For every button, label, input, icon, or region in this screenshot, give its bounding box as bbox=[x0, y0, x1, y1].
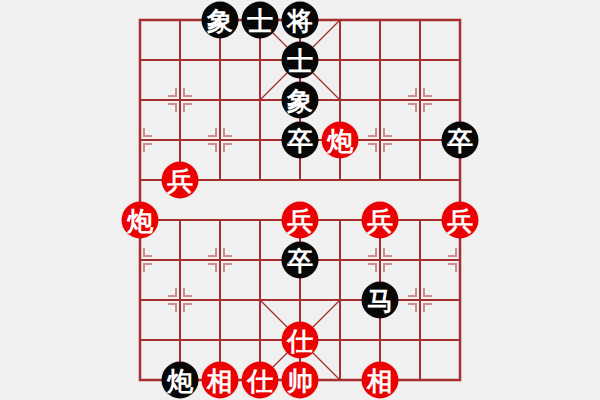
red-pawn[interactable]: 兵 bbox=[282, 202, 319, 239]
red-advisor[interactable]: 仕 bbox=[242, 362, 279, 399]
black-advisor[interactable]: 士 bbox=[242, 2, 279, 39]
black-advisor[interactable]: 士 bbox=[282, 42, 319, 79]
red-pawn[interactable]: 兵 bbox=[362, 202, 399, 239]
black-pawn[interactable]: 卒 bbox=[442, 122, 479, 159]
black-elephant[interactable]: 象 bbox=[202, 2, 239, 39]
black-pawn[interactable]: 卒 bbox=[282, 242, 319, 279]
xiangqi-board: 象士将士象卒炮卒兵炮兵兵兵卒马仕炮相仕帅相 bbox=[0, 0, 600, 400]
red-cannon[interactable]: 炮 bbox=[122, 202, 159, 239]
red-cannon[interactable]: 炮 bbox=[322, 122, 359, 159]
red-advisor[interactable]: 仕 bbox=[282, 322, 319, 359]
black-elephant[interactable]: 象 bbox=[282, 82, 319, 119]
black-general[interactable]: 将 bbox=[282, 2, 319, 39]
piece-layer: 象士将士象卒炮卒兵炮兵兵兵卒马仕炮相仕帅相 bbox=[0, 0, 600, 400]
red-pawn[interactable]: 兵 bbox=[162, 162, 199, 199]
red-elephant[interactable]: 相 bbox=[362, 362, 399, 399]
red-elephant[interactable]: 相 bbox=[202, 362, 239, 399]
black-pawn[interactable]: 卒 bbox=[282, 122, 319, 159]
red-pawn[interactable]: 兵 bbox=[442, 202, 479, 239]
red-general[interactable]: 帅 bbox=[282, 362, 319, 399]
black-cannon[interactable]: 炮 bbox=[162, 362, 199, 399]
black-horse[interactable]: 马 bbox=[362, 282, 399, 319]
